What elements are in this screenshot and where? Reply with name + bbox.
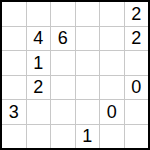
cell-r4c1[interactable] bbox=[27, 100, 51, 124]
cell-r0c4[interactable] bbox=[100, 2, 124, 26]
cell-r2c2[interactable] bbox=[51, 51, 75, 75]
cell-r2c3[interactable] bbox=[76, 51, 100, 75]
cell-r3c0[interactable] bbox=[2, 76, 26, 100]
cell-r5c5[interactable] bbox=[125, 125, 149, 149]
minesweeper-board: 2 4 6 2 1 2 0 3 0 1 bbox=[0, 0, 150, 150]
cell-r0c3[interactable] bbox=[76, 2, 100, 26]
cell-r0c5: 2 bbox=[125, 2, 149, 26]
cell-r4c2[interactable] bbox=[51, 100, 75, 124]
cell-r1c5: 2 bbox=[125, 27, 149, 51]
cell-r3c1: 2 bbox=[27, 76, 51, 100]
cell-r2c0[interactable] bbox=[2, 51, 26, 75]
cell-r5c2[interactable] bbox=[51, 125, 75, 149]
cell-r4c4: 0 bbox=[100, 100, 124, 124]
cell-r5c3: 1 bbox=[76, 125, 100, 149]
cell-r5c0[interactable] bbox=[2, 125, 26, 149]
cell-r3c2[interactable] bbox=[51, 76, 75, 100]
cell-r2c1: 1 bbox=[27, 51, 51, 75]
cell-r1c2: 6 bbox=[51, 27, 75, 51]
cell-r4c5[interactable] bbox=[125, 100, 149, 124]
cell-r0c2[interactable] bbox=[51, 2, 75, 26]
cell-r0c1[interactable] bbox=[27, 2, 51, 26]
cell-r5c1[interactable] bbox=[27, 125, 51, 149]
cell-r3c4[interactable] bbox=[100, 76, 124, 100]
cell-r2c4[interactable] bbox=[100, 51, 124, 75]
cell-r2c5[interactable] bbox=[125, 51, 149, 75]
cell-r1c3[interactable] bbox=[76, 27, 100, 51]
cell-r4c0: 3 bbox=[2, 100, 26, 124]
cell-r3c5: 0 bbox=[125, 76, 149, 100]
cell-r1c1: 4 bbox=[27, 27, 51, 51]
cell-r1c4[interactable] bbox=[100, 27, 124, 51]
cell-r5c4[interactable] bbox=[100, 125, 124, 149]
cell-r1c0[interactable] bbox=[2, 27, 26, 51]
cell-r3c3[interactable] bbox=[76, 76, 100, 100]
cell-r0c0[interactable] bbox=[2, 2, 26, 26]
cell-r4c3[interactable] bbox=[76, 100, 100, 124]
